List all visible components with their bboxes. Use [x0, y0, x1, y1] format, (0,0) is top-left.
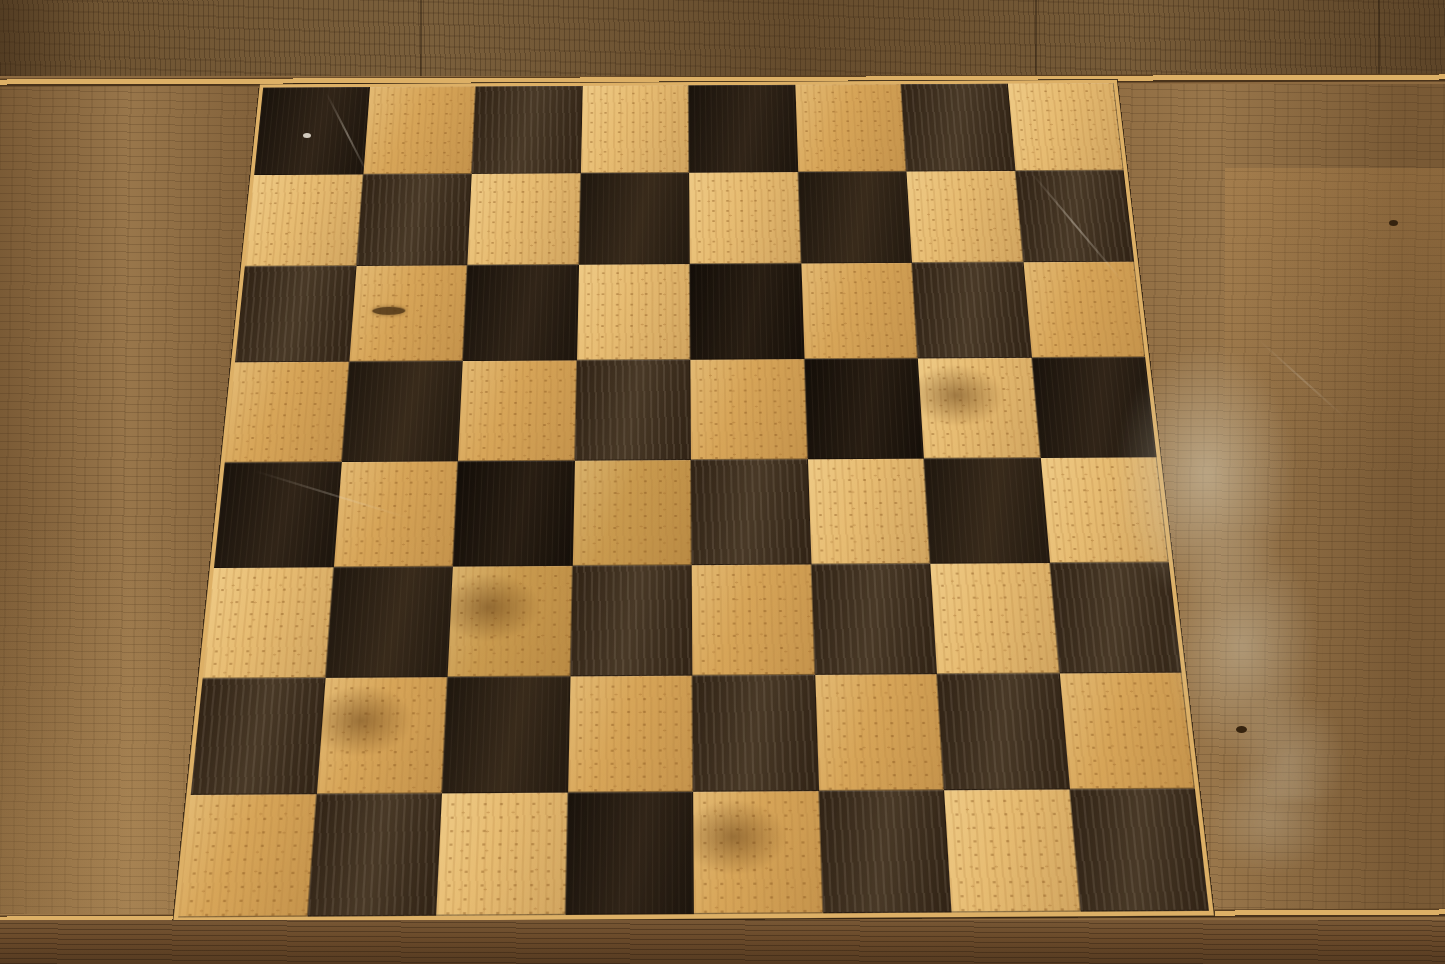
square-e3[interactable]	[692, 564, 815, 675]
square-c7[interactable]	[467, 173, 580, 265]
square-g6[interactable]	[912, 262, 1031, 358]
square-b3[interactable]	[325, 567, 453, 678]
square-a8[interactable]	[254, 87, 369, 175]
square-g3[interactable]	[930, 563, 1059, 674]
top-crossgrain-rail	[0, 0, 1445, 76]
square-g5[interactable]	[918, 358, 1040, 459]
square-f1[interactable]	[819, 790, 952, 913]
bottom-crossgrain-rail	[0, 920, 1445, 964]
wood-knot	[1236, 726, 1247, 733]
square-h8[interactable]	[1007, 83, 1123, 171]
square-e4[interactable]	[691, 459, 811, 565]
square-f2[interactable]	[815, 674, 944, 791]
square-c6[interactable]	[463, 265, 579, 361]
square-c1[interactable]	[436, 793, 567, 916]
square-f3[interactable]	[811, 564, 937, 675]
square-f8[interactable]	[795, 84, 907, 172]
square-c3[interactable]	[448, 566, 573, 677]
square-e1[interactable]	[693, 791, 823, 914]
square-g2[interactable]	[937, 673, 1069, 790]
rail-joint	[420, 0, 422, 76]
wood-knot	[1389, 220, 1398, 226]
square-d2[interactable]	[568, 676, 694, 793]
paint-chip	[303, 133, 311, 138]
square-b8[interactable]	[363, 86, 476, 174]
square-a5[interactable]	[225, 362, 349, 463]
square-f5[interactable]	[804, 358, 924, 459]
square-d7[interactable]	[579, 173, 690, 265]
square-a1[interactable]	[178, 794, 316, 917]
square-b2[interactable]	[316, 677, 447, 794]
square-e5[interactable]	[690, 359, 807, 460]
square-g7[interactable]	[906, 171, 1023, 263]
square-d5[interactable]	[574, 360, 691, 461]
square-d3[interactable]	[570, 565, 692, 676]
square-d4[interactable]	[572, 460, 691, 566]
square-c4[interactable]	[453, 461, 575, 567]
square-f7[interactable]	[798, 172, 912, 264]
rail-joint	[1035, 0, 1037, 76]
square-c8[interactable]	[472, 86, 583, 174]
square-a2[interactable]	[191, 678, 325, 795]
water-stain	[1118, 320, 1393, 800]
water-stain-tail	[1180, 730, 1380, 930]
square-d6[interactable]	[577, 264, 691, 360]
square-b1[interactable]	[307, 793, 442, 916]
square-g1[interactable]	[944, 789, 1080, 912]
square-b7[interactable]	[356, 174, 472, 266]
square-b5[interactable]	[341, 361, 462, 462]
square-a7[interactable]	[245, 174, 363, 266]
square-c2[interactable]	[442, 676, 570, 793]
square-e6[interactable]	[690, 263, 804, 359]
square-e8[interactable]	[689, 85, 798, 173]
square-d8[interactable]	[580, 85, 689, 173]
square-e2[interactable]	[692, 675, 818, 792]
square-f6[interactable]	[801, 263, 918, 359]
square-d1[interactable]	[565, 792, 694, 915]
square-g8[interactable]	[901, 84, 1015, 172]
square-f4[interactable]	[807, 459, 930, 565]
square-c5[interactable]	[458, 360, 577, 461]
square-g4[interactable]	[924, 458, 1050, 564]
square-a6[interactable]	[235, 266, 356, 362]
square-b6[interactable]	[349, 265, 467, 361]
games-table-photo	[0, 0, 1445, 964]
rail-joint	[1378, 0, 1380, 76]
square-e7[interactable]	[689, 172, 801, 264]
square-h7[interactable]	[1015, 170, 1134, 262]
square-a3[interactable]	[203, 567, 334, 678]
